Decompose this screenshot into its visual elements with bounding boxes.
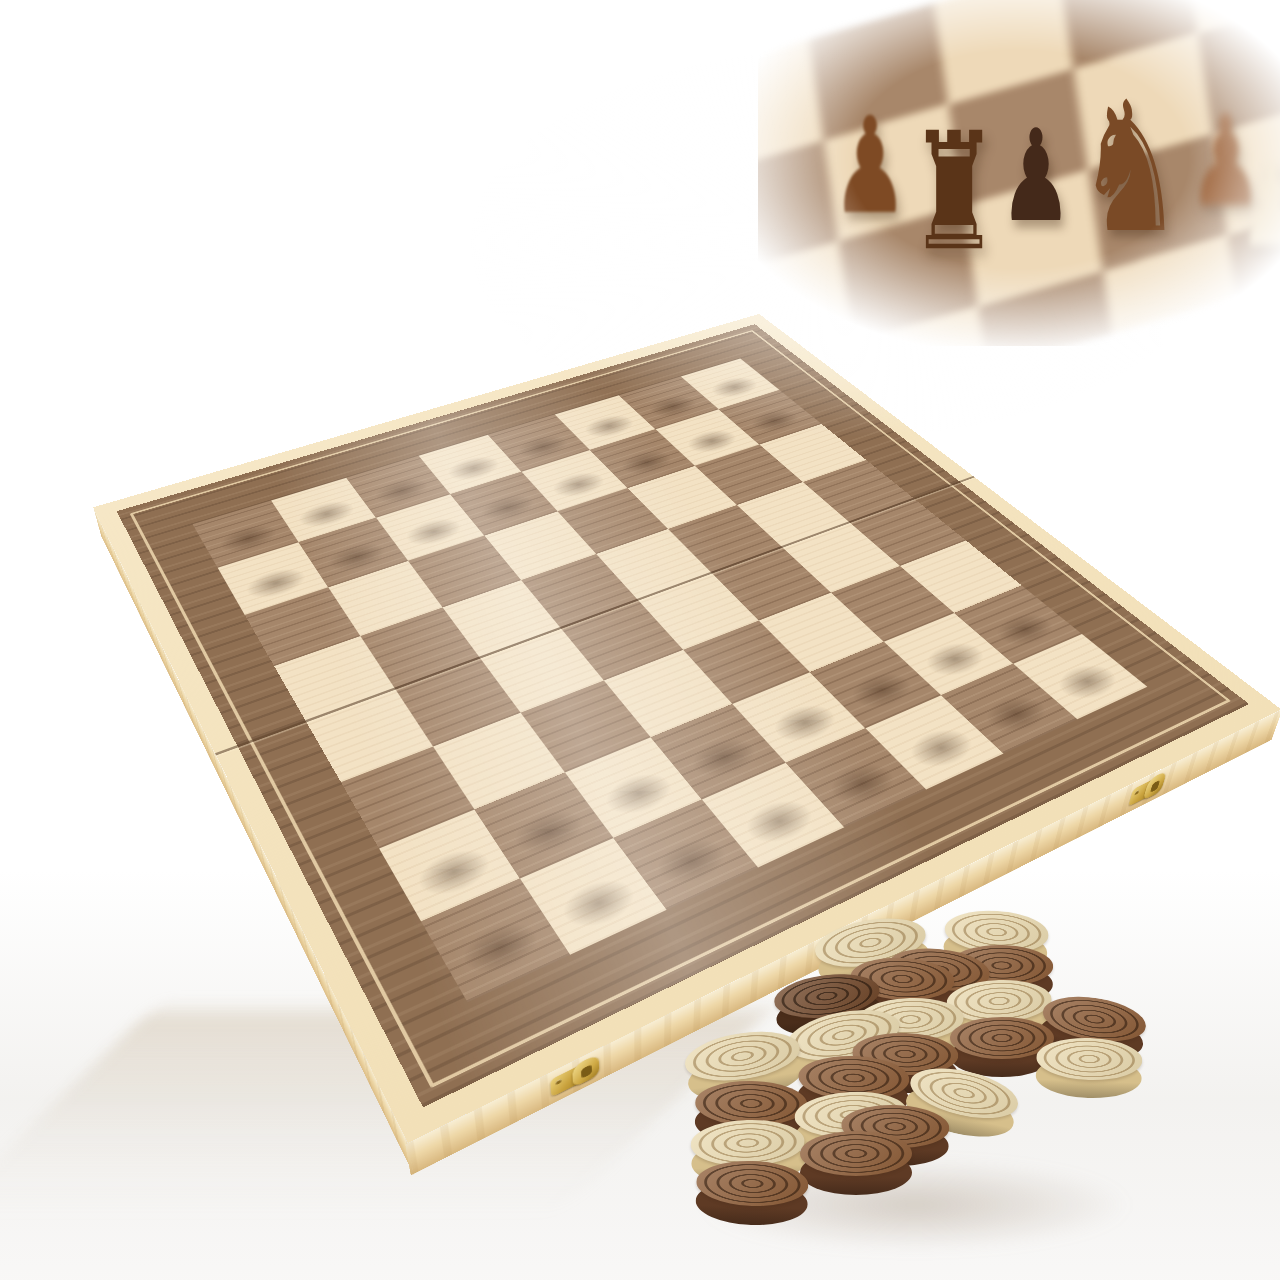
pawn-glyph: ♟ [551,383,603,487]
walnut-border: ♜♞♝♛♚♝♞♜♟♟♟♟♟♟♟♟♟♟♟♟♟♟♟♟♜♞♝♛♚♝♞♜ [117,324,1249,1107]
pawn-glyph: ♟ [328,448,383,559]
chess-board: ♜♞♝♛♚♝♞♜♟♟♟♟♟♟♟♟♟♟♟♟♟♟♟♟♜♞♝♛♚♝♞♜ [93,314,1280,1143]
inset-knight-4: ♞ [1076,78,1184,258]
knight-glyph: ♞ [551,716,643,905]
inset-pawn-3: ♟ [999,113,1073,240]
inset-pawn-6: ♟ [1239,146,1280,264]
pawn-glyph: ♟ [480,403,533,509]
bishop-glyph: ♝ [646,654,733,863]
bishop-glyph: ♝ [899,557,979,750]
brass-latch-2[interactable] [1128,768,1173,809]
brass-latch-1[interactable] [550,1050,606,1100]
pawn-glyph: ♟ [405,425,459,534]
pawn-glyph: ♟ [247,472,303,585]
product-photo-chess-set: { "game": "chess", "scene": { "descripti… [0,0,1280,1280]
inset-rook-2: ♜ [909,112,999,274]
pawn-glyph: ♟ [620,362,671,464]
queen-glyph: ♛ [729,589,824,823]
inset-detail-photo: ♟♜♟♞♟♟ [758,0,1280,346]
pawn-glyph: ♟ [685,343,735,443]
rook-glyph: ♜ [456,774,541,950]
board-field: ♜♞♝♛♚♝♞♜♟♟♟♟♟♟♟♟♟♟♟♟♟♟♟♟♜♞♝♛♚♝♞♜ [193,358,1148,1002]
knight-glyph: ♞ [974,550,1054,716]
inset-pawn-1: ♟ [831,99,908,232]
king-glyph: ♚ [812,532,909,786]
rook-glyph: ♜ [1050,538,1121,684]
